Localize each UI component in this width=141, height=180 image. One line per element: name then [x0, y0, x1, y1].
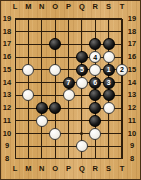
stone-black-r12[interactable]: [89, 102, 101, 114]
coordinate-label-left: 16: [3, 53, 11, 61]
move-number: 3: [107, 79, 111, 86]
coordinate-label-bottom: R: [93, 165, 98, 173]
coordinate-label-left: 17: [3, 41, 11, 49]
stone-black-s14[interactable]: 3: [103, 77, 115, 89]
grid-line-vertical: [121, 19, 123, 159]
coordinate-label-left: 8: [5, 155, 9, 163]
stone-white-s16[interactable]: [103, 51, 115, 63]
coordinate-label-left: 19: [3, 15, 11, 23]
stone-white-p13[interactable]: [63, 89, 75, 101]
coordinate-label-right: 9: [130, 143, 134, 151]
coordinate-label-right: 14: [128, 79, 136, 87]
coordinate-label-right: 10: [128, 130, 136, 138]
coordinate-label-top: M: [25, 3, 31, 11]
coordinate-label-bottom: T: [120, 165, 125, 173]
coordinate-label-bottom: Q: [79, 165, 85, 173]
coordinate-label-top: Q: [79, 3, 85, 11]
grid-line-vertical: [41, 19, 42, 159]
stone-black-q15[interactable]: 5: [76, 64, 88, 76]
go-diagram: LLMMNNOOPPQQRRSSTT1919181817171616151514…: [0, 0, 141, 180]
stone-white-r15[interactable]: [89, 64, 101, 76]
coordinate-label-left: 12: [3, 104, 11, 112]
coordinate-label-bottom: N: [39, 165, 44, 173]
coordinate-label-left: 11: [3, 117, 11, 125]
stone-white-n11[interactable]: [36, 115, 48, 127]
coordinate-label-right: 12: [128, 104, 136, 112]
stone-black-o17[interactable]: [49, 38, 61, 50]
stone-white-o10[interactable]: [49, 128, 61, 140]
coordinate-label-bottom: O: [52, 165, 58, 173]
stone-black-r11[interactable]: [89, 115, 101, 127]
coordinate-label-left: 18: [3, 28, 11, 36]
stone-black-p14[interactable]: 7: [63, 77, 75, 89]
coordinate-label-left: 10: [3, 130, 11, 138]
stone-white-q9[interactable]: [76, 140, 88, 152]
coordinate-label-bottom: M: [25, 165, 31, 173]
stone-white-m15[interactable]: [22, 64, 34, 76]
stone-black-s15[interactable]: 1: [103, 64, 115, 76]
stone-black-s13[interactable]: [103, 89, 115, 101]
coordinate-label-top: T: [120, 3, 125, 11]
grid-line-vertical: [81, 19, 82, 159]
coordinate-label-right: 19: [128, 15, 136, 23]
stone-black-s17[interactable]: [103, 38, 115, 50]
move-number: 7: [67, 79, 71, 86]
stone-white-r10[interactable]: [89, 128, 101, 140]
coordinate-label-bottom: P: [66, 165, 71, 173]
stone-white-q14[interactable]: [76, 77, 88, 89]
stone-black-r17[interactable]: [89, 38, 101, 50]
stone-white-o15[interactable]: [49, 64, 61, 76]
coordinate-label-left: 13: [3, 92, 11, 100]
stone-black-q16[interactable]: [76, 51, 88, 63]
coordinate-label-left: 14: [3, 79, 11, 87]
coordinate-label-left: 9: [5, 143, 9, 151]
coordinate-label-top: P: [66, 3, 71, 11]
stone-black-r13[interactable]: [89, 89, 101, 101]
coordinate-label-right: 17: [128, 41, 136, 49]
coordinate-label-right: 16: [128, 53, 136, 61]
move-number: 4: [93, 54, 97, 61]
coordinate-label-top: S: [106, 3, 111, 11]
coordinate-label-right: 8: [130, 155, 134, 163]
coordinate-label-right: 15: [128, 66, 136, 74]
stone-black-n12[interactable]: [36, 102, 48, 114]
stone-black-o12[interactable]: [49, 102, 61, 114]
stone-white-s12[interactable]: [103, 102, 115, 114]
coordinate-label-top: R: [93, 3, 98, 11]
go-board[interactable]: LLMMNNOOPPQQRRSSTT1919181817171616151514…: [0, 0, 141, 180]
coordinate-label-right: 13: [128, 92, 136, 100]
stone-white-r16[interactable]: 4: [89, 51, 101, 63]
coordinate-label-bottom: L: [13, 165, 18, 173]
coordinate-label-right: 18: [128, 28, 136, 36]
hoshi-point: [80, 132, 83, 135]
move-number: 2: [120, 66, 124, 73]
stone-white-t15[interactable]: 2: [116, 64, 128, 76]
stone-white-m13[interactable]: [22, 89, 34, 101]
coordinate-label-right: 11: [128, 117, 136, 125]
move-number: 5: [80, 66, 84, 73]
grid-line-vertical: [15, 19, 16, 159]
move-number: 1: [107, 66, 111, 73]
coordinate-label-top: N: [39, 3, 44, 11]
coordinate-label-left: 15: [3, 66, 11, 74]
coordinate-label-bottom: S: [106, 165, 111, 173]
move-number: 6: [93, 79, 97, 86]
coordinate-label-top: L: [13, 3, 18, 11]
coordinate-label-top: O: [52, 3, 58, 11]
stone-black-r14[interactable]: 6: [89, 77, 101, 89]
